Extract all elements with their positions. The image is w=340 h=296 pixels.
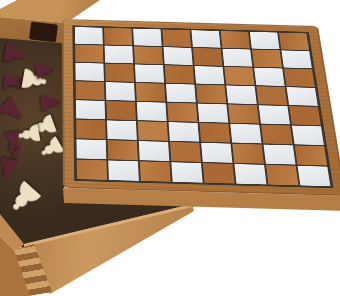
board-square[interactable] [279,33,309,50]
board-square[interactable] [165,65,195,83]
board-square[interactable] [221,31,250,48]
board-square[interactable] [287,87,318,106]
board-square[interactable] [139,141,170,161]
board-square[interactable] [234,164,266,184]
board-square[interactable] [106,101,136,120]
board-square[interactable] [170,142,201,162]
board-square[interactable] [191,30,220,47]
board-square[interactable] [261,125,293,145]
board-square[interactable] [226,85,257,104]
board-square[interactable] [252,50,282,68]
board-square[interactable] [281,50,311,68]
board-square[interactable] [167,103,197,122]
board-square[interactable] [254,68,284,86]
board-square[interactable] [134,46,163,64]
board-grid [72,25,333,188]
board-square[interactable] [104,28,132,45]
board-square[interactable] [140,161,171,181]
board-square[interactable] [256,86,287,105]
board-square[interactable] [138,121,168,140]
board-square[interactable] [162,29,191,46]
board-square[interactable] [76,100,105,119]
board-square[interactable] [108,160,139,180]
board-square[interactable] [292,126,324,146]
box-hinge-recess [29,21,58,42]
board-square[interactable] [75,45,103,63]
board-square[interactable] [196,85,226,104]
board-square[interactable] [201,143,232,163]
board-square[interactable] [264,145,296,165]
board-square[interactable] [137,102,167,121]
board-square[interactable] [133,29,162,46]
board-square[interactable] [198,104,229,123]
board-square[interactable] [105,46,134,64]
board-square[interactable] [195,66,225,84]
board-square[interactable] [76,120,106,139]
stored-piece-cream-pawn[interactable]: ♟ [14,119,46,149]
board-square[interactable] [222,49,252,67]
board-square[interactable] [106,82,135,101]
board-square[interactable] [171,162,202,182]
board-square[interactable] [289,106,321,125]
board-square[interactable] [135,64,164,82]
board-square[interactable] [199,123,230,142]
board-square[interactable] [295,145,327,165]
board-square[interactable] [136,83,166,102]
board-square[interactable] [259,105,290,124]
board-square[interactable] [230,124,261,143]
board-square[interactable] [76,81,105,100]
photo-stage: ♟♝♟♟♟♟♝♟♟♟♟♟ [0,0,340,296]
board-square[interactable] [298,166,331,186]
board-square[interactable] [224,67,254,85]
board-square[interactable] [193,48,222,66]
board-square[interactable] [77,160,107,180]
board-square[interactable] [284,69,315,87]
board-square[interactable] [232,144,264,164]
board-square[interactable] [163,47,192,65]
board-square[interactable] [266,165,298,185]
board-square[interactable] [107,120,137,139]
board-square[interactable] [166,84,196,103]
board-square[interactable] [250,32,280,49]
board-square[interactable] [203,163,235,183]
board-square[interactable] [108,140,138,160]
board-square[interactable] [105,64,134,82]
board-square[interactable] [75,63,104,81]
chess-board[interactable] [62,19,340,196]
board-square[interactable] [76,139,106,159]
board-square[interactable] [169,122,200,141]
stored-piece-dark-pawn[interactable]: ♟ [30,57,57,82]
board-square[interactable] [228,104,259,123]
board-square[interactable] [75,27,103,44]
